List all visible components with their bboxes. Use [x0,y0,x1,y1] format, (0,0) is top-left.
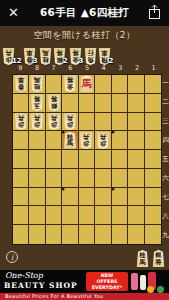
gote-hand-slot[interactable]: 角行 [84,48,97,65]
square-3-8[interactable] [112,206,128,225]
hand-count: 2 [63,58,68,65]
gote-piece-pawn[interactable]: 歩兵 [14,113,28,130]
gote-hand-slot[interactable]: 桂馬 [39,48,52,65]
gote-piece-lance[interactable]: 香車 [14,75,28,92]
square-9-5[interactable] [13,150,29,169]
hoshi-dot [112,188,115,191]
square-1-2[interactable] [145,94,161,113]
ad-icon-green [157,286,164,293]
sente-hand-tray: 桂馬銀将 [134,250,166,267]
square-9-9[interactable] [13,225,29,244]
square-1-1[interactable] [145,75,161,94]
square-8-1[interactable]: 桂馬 [29,75,45,94]
square-5-5[interactable] [79,150,95,169]
app-screen: ✕ 66手目 ▲6四桂打 空間を開ける桂打（2） 歩兵12香車3桂馬銀将2金将3… [0,0,169,300]
square-8-2[interactable]: 玉将 [29,94,45,113]
file-label: 9 [12,64,29,73]
ad-badge-line: EVERYDAY* [86,285,128,291]
rank-labels: 一二三四五六七八九 [162,74,169,245]
square-6-9[interactable] [62,225,78,244]
sente-hand-slot[interactable]: 桂馬 [136,250,149,267]
square-5-1[interactable]: 馬 [79,75,95,94]
square-2-3[interactable] [128,113,144,132]
rank-label: 四 [162,131,169,150]
square-8-6[interactable] [29,169,45,188]
hoshi-dot [62,188,65,191]
file-label: 8 [29,64,46,73]
square-1-9[interactable] [145,225,161,244]
square-2-8[interactable] [128,206,144,225]
square-8-5[interactable] [29,150,45,169]
square-2-5[interactable] [128,150,144,169]
square-2-6[interactable] [128,169,144,188]
square-3-5[interactable] [112,150,128,169]
square-4-8[interactable] [95,206,111,225]
square-7-6[interactable] [46,169,62,188]
square-9-2[interactable] [13,94,29,113]
square-4-6[interactable] [95,169,111,188]
square-1-5[interactable] [145,150,161,169]
file-labels: 987654321 [12,64,162,73]
square-6-5[interactable] [62,150,78,169]
file-label: 6 [62,64,79,73]
square-8-9[interactable] [29,225,45,244]
square-7-4[interactable] [46,131,62,150]
file-label: 4 [95,64,112,73]
hand-count: 3 [79,58,84,65]
file-label: 1 [145,64,162,73]
square-5-6[interactable] [79,169,95,188]
gote-piece-pawn[interactable]: 歩兵 [96,132,110,149]
square-2-9[interactable] [128,225,144,244]
bottom-bar: i 桂馬銀将 [0,248,169,270]
ad-product-image [140,275,146,290]
square-7-1[interactable] [46,75,62,94]
ad-product-image [131,273,138,290]
move-title: 66手目 ▲6四桂打 [0,6,169,20]
square-8-4[interactable] [29,131,45,150]
square-9-3[interactable]: 歩兵 [13,113,29,132]
square-4-2[interactable] [95,94,111,113]
square-7-5[interactable] [46,150,62,169]
square-4-1[interactable] [95,75,111,94]
hoshi-dot [62,131,65,134]
rank-label: 八 [162,207,169,226]
ad-tagline: Beautiful Prices For A Beautiful You [0,293,169,300]
square-3-1[interactable] [112,75,128,94]
square-6-6[interactable] [62,169,78,188]
file-label: 2 [129,64,146,73]
square-3-9[interactable] [112,225,128,244]
gote-piece-bishop[interactable]: 角行 [84,48,97,65]
square-2-4[interactable] [128,131,144,150]
square-7-2[interactable]: 銀将 [46,94,62,113]
square-3-3[interactable] [112,113,128,132]
file-label: 7 [45,64,62,73]
square-7-7[interactable] [46,188,62,207]
lesson-title: 空間を開ける桂打（2） [0,29,169,42]
square-5-8[interactable] [79,206,95,225]
square-5-4[interactable]: 歩兵 [79,131,95,150]
rank-label: 九 [162,226,169,245]
square-7-3[interactable]: 歩兵 [46,113,62,132]
gote-piece-pawn[interactable]: 歩兵 [47,113,61,130]
square-6-7[interactable] [62,188,78,207]
square-4-4[interactable]: 歩兵 [95,131,111,150]
file-label: 5 [79,64,96,73]
sente-piece-promoted-bishop[interactable]: 馬 [79,75,93,92]
gote-piece-silver[interactable]: 銀将 [47,94,61,111]
square-8-3[interactable]: 歩兵 [29,113,45,132]
square-3-6[interactable] [112,169,128,188]
square-1-4[interactable] [145,131,161,150]
square-6-1[interactable]: 金将 [62,75,78,94]
rank-label: 一 [162,74,169,93]
rank-label: 二 [162,93,169,112]
square-4-9[interactable] [95,225,111,244]
gote-piece-knight[interactable]: 桂馬 [30,75,44,92]
ad-icon-gold [147,286,154,293]
square-2-1[interactable] [128,75,144,94]
top-bar: ✕ 66手目 ▲6四桂打 [0,0,169,26]
rank-label: 五 [162,150,169,169]
info-button[interactable]: i [6,251,18,263]
hand-count: 12 [12,58,22,65]
sente-piece-knight[interactable]: 桂馬 [136,250,149,267]
square-8-7[interactable] [29,188,45,207]
square-2-2[interactable] [128,94,144,113]
shogi-board[interactable]: 香車桂馬金将馬玉将銀将歩兵歩兵歩兵歩兵桂馬歩兵歩兵 [12,74,162,245]
square-9-4[interactable] [13,131,29,150]
gote-hand-slot[interactable]: 金将3 [69,48,84,65]
square-4-3[interactable] [95,113,111,132]
gote-piece-pawn[interactable]: 歩兵 [63,113,77,130]
square-3-4[interactable] [112,131,128,150]
hoshi-dot [112,131,115,134]
square-5-7[interactable] [79,188,95,207]
square-1-6[interactable] [145,169,161,188]
square-9-6[interactable] [13,169,29,188]
rank-label: 六 [162,169,169,188]
square-5-9[interactable] [79,225,95,244]
square-5-2[interactable] [79,94,95,113]
square-5-3[interactable] [79,113,95,132]
square-6-4[interactable]: 桂馬 [62,131,78,150]
rank-label: 三 [162,112,169,131]
square-9-8[interactable] [13,206,29,225]
square-8-8[interactable] [29,206,45,225]
share-icon[interactable] [148,4,161,20]
square-4-7[interactable] [95,188,111,207]
square-6-8[interactable] [62,206,78,225]
square-1-3[interactable] [145,113,161,132]
sente-piece-knight[interactable]: 桂馬 [63,132,77,149]
square-6-3[interactable]: 歩兵 [62,113,78,132]
gote-hand-slot[interactable]: 香車3 [23,48,38,65]
square-9-1[interactable]: 香車 [13,75,29,94]
square-7-8[interactable] [46,206,62,225]
hand-count: 3 [33,58,38,65]
gote-hand-slot[interactable]: 飛車2 [98,48,113,65]
rank-label: 七 [162,188,169,207]
square-1-7[interactable] [145,188,161,207]
gote-hand-slot[interactable]: 銀将2 [53,48,68,65]
ad-brand-caps: BEAUTY SHOP [4,281,78,290]
square-1-8[interactable] [145,206,161,225]
ad-banner[interactable]: One-Stop BEAUTY SHOP NEWOFFERSEVERYDAY* … [0,270,169,300]
square-3-7[interactable] [112,188,128,207]
gote-piece-king[interactable]: 玉将 [30,94,44,111]
square-3-2[interactable] [112,94,128,113]
square-6-2[interactable] [62,94,78,113]
sente-hand-slot[interactable]: 銀将 [152,250,165,267]
file-label: 3 [112,64,129,73]
sente-piece-silver[interactable]: 銀将 [152,250,165,267]
square-7-9[interactable] [46,225,62,244]
gote-piece-knight[interactable]: 桂馬 [39,48,52,65]
gote-piece-gold[interactable]: 金将 [63,75,77,92]
ad-offer-badge: NEWOFFERSEVERYDAY* [86,272,128,291]
hand-count: 2 [108,58,113,65]
gote-piece-pawn[interactable]: 歩兵 [30,113,44,130]
gote-hand-tray: 歩兵12香車3桂馬銀将2金将3角行飛車2 [2,45,114,65]
square-2-7[interactable] [128,188,144,207]
square-4-5[interactable] [95,150,111,169]
gote-hand-slot[interactable]: 歩兵12 [2,48,22,65]
square-9-7[interactable] [13,188,29,207]
ad-brand-script: One-Stop [5,271,43,280]
gote-piece-pawn[interactable]: 歩兵 [79,132,93,149]
